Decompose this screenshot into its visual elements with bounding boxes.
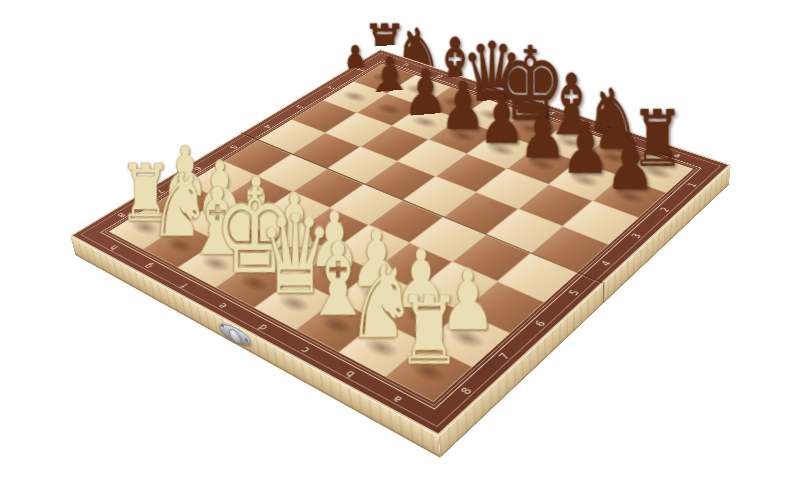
file-label-back-h: h [402, 62, 411, 67]
file-label-front-e: e [217, 301, 230, 309]
square-d7 [294, 251, 373, 299]
rank-label-right-2: 2 [659, 206, 672, 212]
square-a7 [425, 311, 510, 367]
rank-label-left-8: 8 [115, 212, 126, 218]
rank-label-right-8: 8 [459, 386, 474, 395]
file-label-front-b: b [344, 369, 358, 379]
file-label-front-c: c [300, 345, 313, 354]
rank-label-right-4: 4 [600, 260, 613, 267]
square-b7 [379, 290, 462, 343]
rank-label-right-3: 3 [630, 232, 643, 239]
square-a2 [593, 177, 667, 218]
square-d5 [369, 200, 444, 243]
square-g8 [142, 224, 218, 268]
rank-label-right-7: 7 [498, 352, 512, 361]
rank-label-left-4: 4 [261, 124, 271, 129]
file-label-back-c: c [587, 124, 596, 129]
rank-label-left-3: 3 [294, 104, 304, 109]
square-c4 [444, 192, 519, 234]
chess-board-3d: hgfedcbahgfedcba1234567812345678 ♜♞♝♛♚♝♞… [70, 49, 731, 436]
square-b5 [452, 235, 531, 282]
rank-label-right-1: 1 [686, 182, 698, 188]
square-e8 [215, 259, 294, 308]
file-label-front-f: f [180, 281, 191, 288]
square-b4 [486, 209, 562, 253]
side-fold-seam [603, 282, 605, 304]
square-e6 [293, 208, 368, 251]
square-c8 [295, 299, 379, 352]
square-a8 [385, 343, 473, 402]
square-d6 [332, 225, 409, 270]
file-label-front-g: g [143, 262, 155, 270]
square-a6 [462, 281, 545, 333]
perspective-wrapper: hgfedcbahgfedcba1234567812345678 ♜♞♝♛♚♝♞… [24, 0, 782, 480]
rank-label-right-6: 6 [534, 319, 548, 327]
rank-label-left-1: 1 [355, 67, 365, 71]
board-top-face: hgfedcbahgfedcba1234567812345678 [70, 49, 731, 436]
square-a4 [531, 226, 609, 272]
square-d8 [254, 279, 335, 330]
square-c5 [409, 217, 486, 262]
file-label-back-e: e [508, 98, 518, 103]
square-f7 [218, 216, 293, 260]
file-label-back-d: d [546, 110, 556, 115]
square-a3 [563, 201, 639, 245]
file-label-back-f: f [472, 86, 480, 90]
file-label-front-d: d [257, 322, 270, 331]
rank-label-right-5: 5 [568, 289, 581, 297]
rank-label-left-2: 2 [325, 85, 335, 90]
square-b8 [339, 320, 425, 376]
square-f8 [178, 241, 256, 287]
file-label-back-b: b [628, 138, 638, 144]
file-label-front-a: a [391, 394, 405, 404]
square-c7 [335, 270, 416, 320]
rank-label-left-6: 6 [192, 166, 203, 172]
board-grid [109, 64, 694, 403]
rank-label-left-5: 5 [227, 144, 238, 149]
file-label-back-a: a [672, 152, 682, 158]
file-label-front-h: h [108, 243, 120, 250]
rank-label-left-7: 7 [154, 188, 165, 194]
photo-stage: hgfedcbahgfedcba1234567812345678 ♜♞♝♛♚♝♞… [0, 0, 800, 480]
file-label-back-g: g [436, 74, 446, 79]
square-c6 [373, 243, 452, 290]
square-e7 [255, 233, 332, 279]
square-b3 [518, 184, 592, 226]
square-b6 [417, 262, 498, 312]
square-a5 [497, 253, 578, 302]
